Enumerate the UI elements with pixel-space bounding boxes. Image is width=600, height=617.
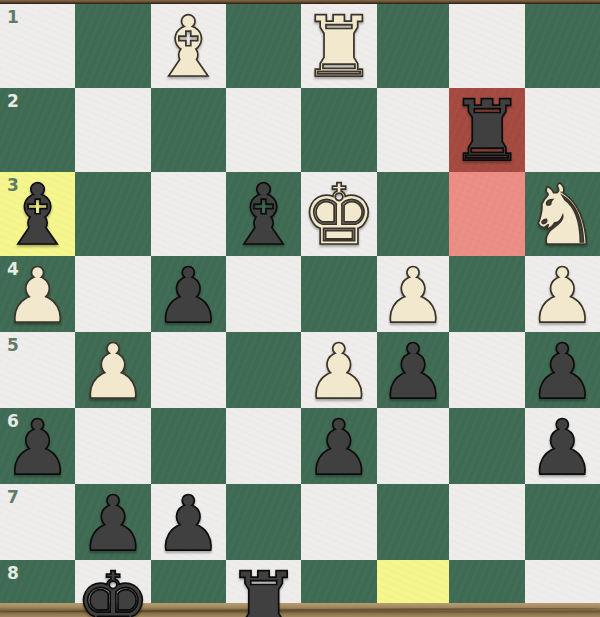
square-h4[interactable]: 4♟ (0, 256, 75, 332)
black-pawn-icon[interactable]: ♟ (528, 410, 596, 486)
square-c1[interactable] (377, 4, 450, 88)
square-f4[interactable]: ♟ (151, 256, 226, 332)
square-d4[interactable] (301, 256, 376, 332)
square-a4[interactable]: ♟ (525, 256, 600, 332)
black-king-icon[interactable]: ♚ (75, 561, 150, 617)
square-e6[interactable] (226, 408, 301, 484)
white-rook-icon[interactable]: ♜ (301, 5, 376, 89)
square-c6[interactable] (377, 408, 450, 484)
square-f6[interactable] (151, 408, 226, 484)
square-e3[interactable]: ♝ (226, 172, 301, 256)
black-pawn-icon[interactable]: ♟ (154, 258, 222, 334)
square-e5[interactable] (226, 332, 301, 408)
square-c4[interactable]: ♟ (377, 256, 450, 332)
square-d3[interactable]: ♚ (301, 172, 376, 256)
square-f3[interactable] (151, 172, 226, 256)
square-b2[interactable]: ♜ (449, 88, 524, 172)
square-d6[interactable]: ♟ (301, 408, 376, 484)
square-g8[interactable]: g♚ (75, 560, 150, 617)
rank-label-4: 4 (7, 261, 19, 278)
rank-label-6: 6 (7, 413, 19, 430)
square-a2[interactable] (525, 88, 600, 172)
square-f7[interactable]: ♟ (151, 484, 226, 560)
black-rook-icon[interactable]: ♜ (226, 561, 301, 617)
black-pawn-icon[interactable]: ♟ (379, 334, 447, 410)
square-f5[interactable] (151, 332, 226, 408)
square-e7[interactable] (226, 484, 301, 560)
square-e1[interactable] (226, 4, 301, 88)
white-pawn-icon[interactable]: ♟ (379, 258, 447, 334)
square-h1[interactable]: 1 (0, 4, 75, 88)
square-a3[interactable]: ♞ (525, 172, 600, 256)
square-g2[interactable] (75, 88, 150, 172)
rank-label-2: 2 (7, 93, 19, 110)
square-f2[interactable] (151, 88, 226, 172)
square-b5[interactable] (449, 332, 524, 408)
square-g7[interactable]: ♟ (75, 484, 150, 560)
black-rook-icon[interactable]: ♜ (449, 89, 524, 173)
chess-app-screen: 1♝♜2♜3♝♝♚♞4♟♟♟♟5♟♟♟♟6♟♟♟7♟♟8hg♚fe♜dcba (0, 0, 600, 617)
square-e2[interactable] (226, 88, 301, 172)
black-pawn-icon[interactable]: ♟ (154, 486, 222, 562)
square-a5[interactable]: ♟ (525, 332, 600, 408)
square-e4[interactable] (226, 256, 301, 332)
square-c5[interactable]: ♟ (377, 332, 450, 408)
square-c7[interactable] (377, 484, 450, 560)
white-pawn-icon[interactable]: ♟ (79, 334, 147, 410)
square-f1[interactable]: ♝ (151, 4, 226, 88)
square-h3[interactable]: 3♝ (0, 172, 75, 256)
square-h2[interactable]: 2 (0, 88, 75, 172)
black-pawn-icon[interactable]: ♟ (305, 410, 373, 486)
square-h6[interactable]: 6♟ (0, 408, 75, 484)
square-d1[interactable]: ♜ (301, 4, 376, 88)
square-b1[interactable] (449, 4, 524, 88)
white-knight-icon[interactable]: ♞ (525, 173, 600, 257)
rank-label-8: 8 (7, 565, 19, 582)
square-g3[interactable] (75, 172, 150, 256)
square-a7[interactable] (525, 484, 600, 560)
white-king-icon[interactable]: ♚ (301, 173, 376, 257)
square-d2[interactable] (301, 88, 376, 172)
rank-label-3: 3 (7, 177, 19, 194)
square-d5[interactable]: ♟ (301, 332, 376, 408)
square-h5[interactable]: 5 (0, 332, 75, 408)
square-g4[interactable] (75, 256, 150, 332)
square-b6[interactable] (449, 408, 524, 484)
rank-label-1: 1 (7, 9, 19, 26)
black-pawn-icon[interactable]: ♟ (79, 486, 147, 562)
black-pawn-icon[interactable]: ♟ (528, 334, 596, 410)
square-b7[interactable] (449, 484, 524, 560)
rank-label-7: 7 (7, 489, 19, 506)
square-g6[interactable] (75, 408, 150, 484)
square-b4[interactable] (449, 256, 524, 332)
square-c2[interactable] (377, 88, 450, 172)
square-b3[interactable] (449, 172, 524, 256)
square-g5[interactable]: ♟ (75, 332, 150, 408)
square-h7[interactable]: 7 (0, 484, 75, 560)
square-g1[interactable] (75, 4, 150, 88)
square-a1[interactable] (525, 4, 600, 88)
white-pawn-icon[interactable]: ♟ (305, 334, 373, 410)
square-e8[interactable]: e♜ (226, 560, 301, 617)
white-bishop-icon[interactable]: ♝ (151, 5, 226, 89)
white-pawn-icon[interactable]: ♟ (528, 258, 596, 334)
chess-board: 1♝♜2♜3♝♝♚♞4♟♟♟♟5♟♟♟♟6♟♟♟7♟♟8hg♚fe♜dcba (0, 4, 600, 603)
square-c3[interactable] (377, 172, 450, 256)
black-bishop-icon[interactable]: ♝ (226, 173, 301, 257)
square-a6[interactable]: ♟ (525, 408, 600, 484)
rank-label-5: 5 (7, 337, 19, 354)
square-d7[interactable] (301, 484, 376, 560)
